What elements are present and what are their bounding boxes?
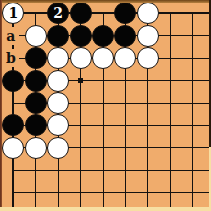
stone-white[interactable]: [25, 25, 47, 47]
stone-white[interactable]: [47, 70, 69, 92]
stone-white[interactable]: [25, 137, 47, 159]
stone-black[interactable]: [70, 2, 92, 24]
stone-white[interactable]: [137, 25, 159, 47]
stone-white[interactable]: [137, 47, 159, 69]
go-board-diagram: 12ab: [0, 0, 211, 211]
point-label-text: a: [6, 29, 15, 43]
board-edge-right-lower: [209, 147, 211, 207]
stone-black[interactable]: [25, 114, 47, 136]
stone-move-number: 1: [9, 6, 19, 20]
stone-black[interactable]: [25, 47, 47, 69]
grid-line-horizontal: [12, 12, 211, 14]
stone-white[interactable]: [47, 92, 69, 114]
stone-black[interactable]: 2: [47, 2, 69, 24]
board-edge-bottom: [0, 207, 211, 211]
board-edge-right-upper: [209, 0, 211, 147]
star-point: [78, 78, 83, 83]
stone-black[interactable]: [70, 25, 92, 47]
stone-black[interactable]: [25, 70, 47, 92]
stone-black[interactable]: [114, 25, 136, 47]
stone-white[interactable]: [47, 137, 69, 159]
grid-line-vertical: [170, 12, 171, 211]
stone-white[interactable]: 1: [2, 2, 24, 24]
stone-black[interactable]: [2, 70, 24, 92]
point-label-b[interactable]: b: [3, 49, 19, 67]
stone-white[interactable]: [70, 47, 92, 69]
grid-line-horizontal: [12, 170, 211, 171]
grid-line-horizontal: [12, 192, 211, 193]
stone-move-number: 2: [53, 6, 63, 20]
stone-white[interactable]: [47, 114, 69, 136]
stone-white[interactable]: [137, 2, 159, 24]
stone-black[interactable]: [25, 92, 47, 114]
stone-white[interactable]: [114, 47, 136, 69]
stone-white[interactable]: [47, 47, 69, 69]
board-edge-top: [0, 0, 211, 3]
board-edge-left: [0, 0, 2, 207]
stone-white[interactable]: [2, 137, 24, 159]
stone-black[interactable]: [47, 25, 69, 47]
point-label-a[interactable]: a: [3, 27, 19, 45]
stone-white[interactable]: [92, 47, 114, 69]
stone-black[interactable]: [92, 25, 114, 47]
stone-black[interactable]: [2, 114, 24, 136]
grid-line-vertical: [192, 12, 193, 211]
stone-black[interactable]: [114, 2, 136, 24]
point-label-text: b: [6, 51, 16, 65]
